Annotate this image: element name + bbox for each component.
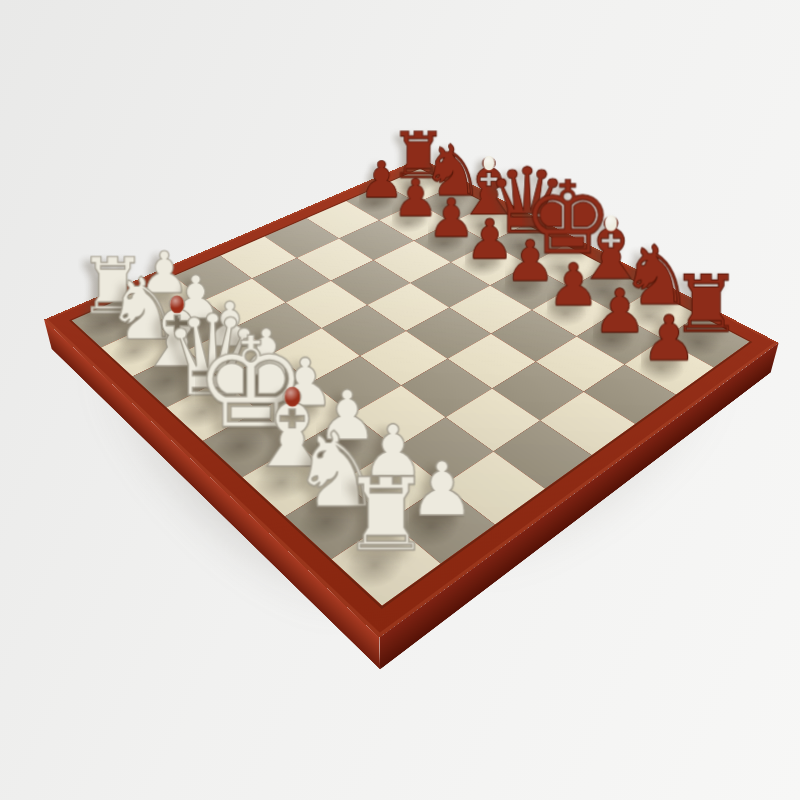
board-3d-wrapper: ♜♞♝♛♚♝♞♜♟♟♟♟♟♟♟♟♟♟♟♟♟♟♟♟♜♞♝♛♚♝♞♜ xyxy=(0,0,800,800)
pawn-glyph: ♟ xyxy=(593,280,647,341)
bishop-finial xyxy=(284,387,300,407)
pawn-glyph: ♟ xyxy=(641,306,697,369)
board-frame: ♜♞♝♛♚♝♞♜♟♟♟♟♟♟♟♟♟♟♟♟♟♟♟♟♜♞♝♛♚♝♞♜ xyxy=(44,158,779,637)
rook-glyph: ♜ xyxy=(341,465,431,566)
bishop-finial xyxy=(604,215,617,231)
playing-area: ♜♞♝♛♚♝♞♜♟♟♟♟♟♟♟♟♟♟♟♟♟♟♟♟♜♞♝♛♚♝♞♜ xyxy=(72,169,750,606)
scene: ♜♞♝♛♚♝♞♜♟♟♟♟♟♟♟♟♟♟♟♟♟♟♟♟♜♞♝♛♚♝♞♜ xyxy=(0,0,800,800)
